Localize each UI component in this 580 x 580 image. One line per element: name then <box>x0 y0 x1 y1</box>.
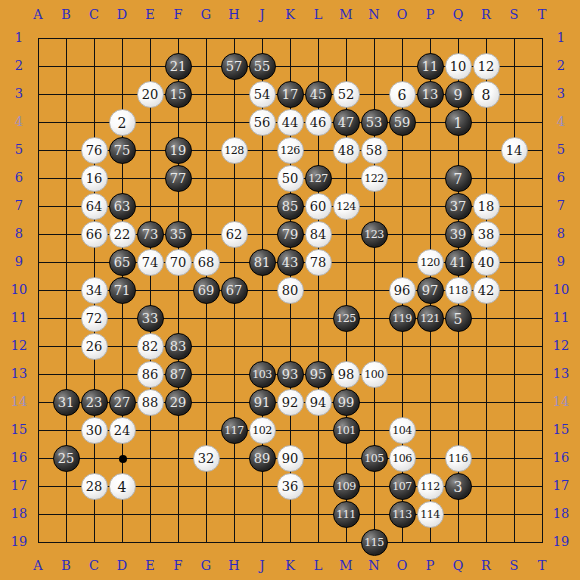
stone-black-f14[interactable]: 29 <box>165 389 192 416</box>
stone-move-number: 81 <box>250 250 275 275</box>
stone-white-s5[interactable]: 14 <box>501 137 528 164</box>
stone-move-number: 73 <box>138 222 163 247</box>
stone-black-o17[interactable]: 107 <box>389 473 416 500</box>
stone-move-number: 99 <box>334 390 359 415</box>
stone-black-p10[interactable]: 97 <box>417 277 444 304</box>
stone-move-number: 98 <box>334 362 359 387</box>
coordinate-label-right: 7 <box>548 198 574 214</box>
stone-move-number: 32 <box>194 446 219 471</box>
stone-move-number: 5 <box>446 306 471 331</box>
grid-line-horizontal <box>38 542 543 543</box>
stone-move-number: 39 <box>446 222 471 247</box>
stone-white-j3[interactable]: 54 <box>249 81 276 108</box>
coordinate-label-left: 11 <box>6 310 32 326</box>
stone-white-r7[interactable]: 18 <box>473 193 500 220</box>
stone-move-number: 46 <box>306 110 331 135</box>
stone-black-q8[interactable]: 39 <box>445 221 472 248</box>
stone-black-q7[interactable]: 37 <box>445 193 472 220</box>
coordinate-label-right: 15 <box>548 422 574 438</box>
stone-black-n19[interactable]: 115 <box>361 529 388 556</box>
stone-white-e9[interactable]: 74 <box>137 249 164 276</box>
stone-move-number: 53 <box>362 110 387 135</box>
stone-move-number: 58 <box>362 138 387 163</box>
stone-white-j15[interactable]: 102 <box>249 417 276 444</box>
stone-black-q6[interactable]: 7 <box>445 165 472 192</box>
stone-black-q4[interactable]: 1 <box>445 109 472 136</box>
stone-black-h10[interactable]: 67 <box>221 277 248 304</box>
stone-white-p9[interactable]: 120 <box>417 249 444 276</box>
stone-white-c12[interactable]: 26 <box>81 333 108 360</box>
stone-move-number: 122 <box>362 166 387 191</box>
stone-move-number: 14 <box>502 138 527 163</box>
stone-move-number: 28 <box>82 474 107 499</box>
coordinate-label-top: F <box>165 7 191 23</box>
stone-black-p2[interactable]: 11 <box>417 53 444 80</box>
stone-black-q9[interactable]: 41 <box>445 249 472 276</box>
stone-move-number: 29 <box>166 390 191 415</box>
stone-move-number: 8 <box>474 82 499 107</box>
grid-line-horizontal <box>38 514 543 515</box>
stone-white-q16[interactable]: 116 <box>445 445 472 472</box>
stone-white-d15[interactable]: 24 <box>109 417 136 444</box>
stone-move-number: 15 <box>166 82 191 107</box>
stone-move-number: 109 <box>334 474 359 499</box>
stone-move-number: 59 <box>390 110 415 135</box>
stone-white-c11[interactable]: 72 <box>81 305 108 332</box>
stone-move-number: 43 <box>278 250 303 275</box>
stone-black-m4[interactable]: 47 <box>333 109 360 136</box>
stone-white-o10[interactable]: 96 <box>389 277 416 304</box>
stone-move-number: 87 <box>166 362 191 387</box>
stone-black-k9[interactable]: 43 <box>277 249 304 276</box>
stone-move-number: 70 <box>166 250 191 275</box>
stone-move-number: 120 <box>418 250 443 275</box>
stone-move-number: 118 <box>446 278 471 303</box>
stone-white-q2[interactable]: 10 <box>445 53 472 80</box>
stone-move-number: 37 <box>446 194 471 219</box>
stone-move-number: 33 <box>138 306 163 331</box>
stone-move-number: 115 <box>362 530 387 555</box>
stone-black-h2[interactable]: 57 <box>221 53 248 80</box>
coordinate-label-left: 17 <box>6 478 32 494</box>
stone-white-h8[interactable]: 62 <box>221 221 248 248</box>
stone-white-e3[interactable]: 20 <box>137 81 164 108</box>
coordinate-label-left: 15 <box>6 422 32 438</box>
stone-white-r2[interactable]: 12 <box>473 53 500 80</box>
stone-move-number: 106 <box>390 446 415 471</box>
coordinate-label-left: 1 <box>6 30 32 46</box>
stone-white-n6[interactable]: 122 <box>361 165 388 192</box>
stone-white-l7[interactable]: 60 <box>305 193 332 220</box>
stone-white-l14[interactable]: 94 <box>305 389 332 416</box>
coordinate-label-right: 8 <box>548 226 574 242</box>
stone-white-o16[interactable]: 106 <box>389 445 416 472</box>
stone-white-g16[interactable]: 32 <box>193 445 220 472</box>
stone-black-m15[interactable]: 101 <box>333 417 360 444</box>
stone-white-d17[interactable]: 4 <box>109 473 136 500</box>
coordinate-label-left: 10 <box>6 282 32 298</box>
stone-black-f8[interactable]: 35 <box>165 221 192 248</box>
stone-move-number: 125 <box>334 306 359 331</box>
stone-move-number: 50 <box>278 166 303 191</box>
stone-move-number: 104 <box>390 418 415 443</box>
stone-black-m18[interactable]: 111 <box>333 501 360 528</box>
coordinate-label-top: P <box>417 7 443 23</box>
stone-black-j2[interactable]: 55 <box>249 53 276 80</box>
stone-black-q11[interactable]: 5 <box>445 305 472 332</box>
stone-move-number: 7 <box>446 166 471 191</box>
coordinate-label-right: 3 <box>548 86 574 102</box>
stone-black-d5[interactable]: 75 <box>109 137 136 164</box>
coordinate-label-bottom: K <box>277 558 303 574</box>
coordinate-label-right: 6 <box>548 170 574 186</box>
stone-white-m13[interactable]: 98 <box>333 361 360 388</box>
stone-move-number: 65 <box>110 250 135 275</box>
stone-move-number: 97 <box>418 278 443 303</box>
stone-black-d7[interactable]: 63 <box>109 193 136 220</box>
stone-white-k10[interactable]: 80 <box>277 277 304 304</box>
coordinate-label-bottom: L <box>305 558 331 574</box>
coordinate-label-left: 13 <box>6 366 32 382</box>
coordinate-label-left: 7 <box>6 198 32 214</box>
stone-black-f6[interactable]: 77 <box>165 165 192 192</box>
stone-black-f2[interactable]: 21 <box>165 53 192 80</box>
stone-black-l3[interactable]: 45 <box>305 81 332 108</box>
stone-white-d4[interactable]: 2 <box>109 109 136 136</box>
grid-line-horizontal <box>38 346 543 347</box>
stone-white-h5[interactable]: 128 <box>221 137 248 164</box>
stone-move-number: 10 <box>446 54 471 79</box>
stone-white-c8[interactable]: 66 <box>81 221 108 248</box>
coordinate-label-left: 14 <box>6 394 32 410</box>
stone-black-j13[interactable]: 103 <box>249 361 276 388</box>
stone-black-h15[interactable]: 117 <box>221 417 248 444</box>
stone-move-number: 113 <box>390 502 415 527</box>
stone-move-number: 85 <box>278 194 303 219</box>
stone-black-l13[interactable]: 95 <box>305 361 332 388</box>
stone-move-number: 66 <box>82 222 107 247</box>
stone-black-j14[interactable]: 91 <box>249 389 276 416</box>
stone-white-p18[interactable]: 114 <box>417 501 444 528</box>
stone-white-e14[interactable]: 88 <box>137 389 164 416</box>
stone-move-number: 25 <box>54 446 79 471</box>
coordinate-label-left: 3 <box>6 86 32 102</box>
stone-white-c7[interactable]: 64 <box>81 193 108 220</box>
stone-white-o3[interactable]: 6 <box>389 81 416 108</box>
coordinate-label-bottom: H <box>221 558 247 574</box>
stone-white-k4[interactable]: 44 <box>277 109 304 136</box>
stone-move-number: 12 <box>474 54 499 79</box>
coordinate-label-right: 5 <box>548 142 574 158</box>
stone-move-number: 124 <box>334 194 359 219</box>
stone-white-k14[interactable]: 92 <box>277 389 304 416</box>
stone-black-o18[interactable]: 113 <box>389 501 416 528</box>
stone-move-number: 64 <box>82 194 107 219</box>
stone-move-number: 60 <box>306 194 331 219</box>
stone-move-number: 107 <box>390 474 415 499</box>
stone-move-number: 17 <box>278 82 303 107</box>
coordinate-label-top: B <box>53 7 79 23</box>
stone-move-number: 1 <box>446 110 471 135</box>
stone-white-m5[interactable]: 48 <box>333 137 360 164</box>
stone-black-k3[interactable]: 17 <box>277 81 304 108</box>
coordinate-label-bottom: T <box>529 558 555 574</box>
stone-move-number: 6 <box>390 82 415 107</box>
coordinate-label-bottom: E <box>137 558 163 574</box>
coordinate-label-top: N <box>361 7 387 23</box>
stone-move-number: 123 <box>362 222 387 247</box>
stone-white-p17[interactable]: 112 <box>417 473 444 500</box>
stone-white-c6[interactable]: 16 <box>81 165 108 192</box>
stone-move-number: 75 <box>110 138 135 163</box>
stone-move-number: 42 <box>474 278 499 303</box>
stone-move-number: 95 <box>306 362 331 387</box>
stone-move-number: 105 <box>362 446 387 471</box>
coordinate-label-left: 2 <box>6 58 32 74</box>
stone-black-b16[interactable]: 25 <box>53 445 80 472</box>
stone-white-m3[interactable]: 52 <box>333 81 360 108</box>
star-point-d16 <box>119 455 127 463</box>
coordinate-label-left: 9 <box>6 254 32 270</box>
go-diagram-screen: AABBCCDDEEFFGGHHJJKKLLMMNNOOPPQQRRSSTT11… <box>0 0 580 580</box>
stone-move-number: 74 <box>138 250 163 275</box>
stone-black-k7[interactable]: 85 <box>277 193 304 220</box>
stone-black-e11[interactable]: 33 <box>137 305 164 332</box>
stone-move-number: 30 <box>82 418 107 443</box>
stone-white-n13[interactable]: 100 <box>361 361 388 388</box>
coordinate-label-right: 12 <box>548 338 574 354</box>
stone-white-c5[interactable]: 76 <box>81 137 108 164</box>
stone-white-o15[interactable]: 104 <box>389 417 416 444</box>
stone-black-d10[interactable]: 71 <box>109 277 136 304</box>
stone-black-q17[interactable]: 3 <box>445 473 472 500</box>
coordinate-label-bottom: P <box>417 558 443 574</box>
coordinate-label-right: 2 <box>548 58 574 74</box>
coordinate-label-top: H <box>221 7 247 23</box>
stone-move-number: 83 <box>166 334 191 359</box>
stone-move-number: 27 <box>110 390 135 415</box>
stone-black-k13[interactable]: 93 <box>277 361 304 388</box>
stone-black-f12[interactable]: 83 <box>165 333 192 360</box>
stone-black-g10[interactable]: 69 <box>193 277 220 304</box>
stone-white-j4[interactable]: 56 <box>249 109 276 136</box>
stone-move-number: 86 <box>138 362 163 387</box>
grid-line-vertical <box>542 38 543 543</box>
stone-move-number: 44 <box>278 110 303 135</box>
stone-black-n4[interactable]: 53 <box>361 109 388 136</box>
coordinate-label-bottom: D <box>109 558 135 574</box>
stone-white-k17[interactable]: 36 <box>277 473 304 500</box>
stone-move-number: 71 <box>110 278 135 303</box>
stone-move-number: 127 <box>306 166 331 191</box>
stone-black-m11[interactable]: 125 <box>333 305 360 332</box>
stone-move-number: 77 <box>166 166 191 191</box>
coordinate-label-bottom: C <box>81 558 107 574</box>
stone-white-q10[interactable]: 118 <box>445 277 472 304</box>
stone-black-f5[interactable]: 19 <box>165 137 192 164</box>
stone-move-number: 45 <box>306 82 331 107</box>
stone-white-e13[interactable]: 86 <box>137 361 164 388</box>
stone-move-number: 56 <box>250 110 275 135</box>
stone-move-number: 21 <box>166 54 191 79</box>
coordinate-label-right: 10 <box>548 282 574 298</box>
stone-move-number: 116 <box>446 446 471 471</box>
stone-white-c15[interactable]: 30 <box>81 417 108 444</box>
coordinate-label-left: 19 <box>6 534 32 550</box>
coordinate-label-left: 16 <box>6 450 32 466</box>
stone-move-number: 62 <box>222 222 247 247</box>
stone-move-number: 31 <box>54 390 79 415</box>
stone-move-number: 36 <box>278 474 303 499</box>
stone-move-number: 54 <box>250 82 275 107</box>
stone-white-f9[interactable]: 70 <box>165 249 192 276</box>
coordinate-label-right: 11 <box>548 310 574 326</box>
coordinate-label-bottom: G <box>193 558 219 574</box>
coordinate-label-top: C <box>81 7 107 23</box>
stone-move-number: 26 <box>82 334 107 359</box>
coordinate-label-left: 12 <box>6 338 32 354</box>
stone-white-k16[interactable]: 90 <box>277 445 304 472</box>
stone-black-l6[interactable]: 127 <box>305 165 332 192</box>
stone-white-k5[interactable]: 126 <box>277 137 304 164</box>
stone-black-m14[interactable]: 99 <box>333 389 360 416</box>
stone-white-c17[interactable]: 28 <box>81 473 108 500</box>
stone-black-k8[interactable]: 79 <box>277 221 304 248</box>
stone-move-number: 20 <box>138 82 163 107</box>
coordinate-label-left: 4 <box>6 114 32 130</box>
stone-white-l4[interactable]: 46 <box>305 109 332 136</box>
stone-move-number: 2 <box>110 110 135 135</box>
coordinate-label-bottom: O <box>389 558 415 574</box>
coordinate-label-right: 18 <box>548 506 574 522</box>
coordinate-label-left: 5 <box>6 142 32 158</box>
stone-move-number: 79 <box>278 222 303 247</box>
stone-move-number: 76 <box>82 138 107 163</box>
stone-move-number: 9 <box>446 82 471 107</box>
stone-white-k6[interactable]: 50 <box>277 165 304 192</box>
stone-move-number: 23 <box>82 390 107 415</box>
stone-white-g9[interactable]: 68 <box>193 249 220 276</box>
stone-move-number: 63 <box>110 194 135 219</box>
coordinate-label-right: 1 <box>548 30 574 46</box>
coordinate-label-bottom: N <box>361 558 387 574</box>
coordinate-label-top: A <box>25 7 51 23</box>
stone-move-number: 114 <box>418 502 443 527</box>
stone-black-d9[interactable]: 65 <box>109 249 136 276</box>
stone-move-number: 89 <box>250 446 275 471</box>
stone-move-number: 90 <box>278 446 303 471</box>
stone-move-number: 22 <box>110 222 135 247</box>
stone-black-q3[interactable]: 9 <box>445 81 472 108</box>
coordinate-label-top: O <box>389 7 415 23</box>
stone-move-number: 82 <box>138 334 163 359</box>
coordinate-label-bottom: M <box>333 558 359 574</box>
stone-black-n16[interactable]: 105 <box>361 445 388 472</box>
stone-black-j9[interactable]: 81 <box>249 249 276 276</box>
stone-white-r9[interactable]: 40 <box>473 249 500 276</box>
coordinate-label-left: 6 <box>6 170 32 186</box>
stone-move-number: 121 <box>418 306 443 331</box>
coordinate-label-top: R <box>473 7 499 23</box>
coordinate-label-right: 9 <box>548 254 574 270</box>
stone-move-number: 94 <box>306 390 331 415</box>
coordinate-label-bottom: F <box>165 558 191 574</box>
stone-move-number: 34 <box>82 278 107 303</box>
stone-move-number: 55 <box>250 54 275 79</box>
stone-white-l9[interactable]: 78 <box>305 249 332 276</box>
coordinate-label-top: K <box>277 7 303 23</box>
stone-black-o11[interactable]: 119 <box>389 305 416 332</box>
coordinate-label-bottom: B <box>53 558 79 574</box>
stone-black-d14[interactable]: 27 <box>109 389 136 416</box>
coordinate-label-left: 18 <box>6 506 32 522</box>
stone-black-p3[interactable]: 13 <box>417 81 444 108</box>
stone-move-number: 91 <box>250 390 275 415</box>
coordinate-label-right: 19 <box>548 534 574 550</box>
stone-white-e12[interactable]: 82 <box>137 333 164 360</box>
coordinate-label-top: M <box>333 7 359 23</box>
stone-move-number: 80 <box>278 278 303 303</box>
stone-black-c14[interactable]: 23 <box>81 389 108 416</box>
stone-black-o4[interactable]: 59 <box>389 109 416 136</box>
coordinate-label-right: 16 <box>548 450 574 466</box>
stone-move-number: 88 <box>138 390 163 415</box>
stone-black-f13[interactable]: 87 <box>165 361 192 388</box>
coordinate-label-top: J <box>249 7 275 23</box>
stone-white-n5[interactable]: 58 <box>361 137 388 164</box>
grid-line-vertical <box>514 38 515 543</box>
coordinate-label-bottom: Q <box>445 558 471 574</box>
coordinate-label-right: 14 <box>548 394 574 410</box>
coordinate-label-top: E <box>137 7 163 23</box>
stone-move-number: 35 <box>166 222 191 247</box>
stone-black-j16[interactable]: 89 <box>249 445 276 472</box>
coordinate-label-top: S <box>501 7 527 23</box>
stone-move-number: 13 <box>418 82 443 107</box>
stone-move-number: 128 <box>222 138 247 163</box>
stone-white-d8[interactable]: 22 <box>109 221 136 248</box>
stone-move-number: 16 <box>82 166 107 191</box>
stone-black-m17[interactable]: 109 <box>333 473 360 500</box>
stone-white-r10[interactable]: 42 <box>473 277 500 304</box>
stone-move-number: 103 <box>250 362 275 387</box>
stone-black-f3[interactable]: 15 <box>165 81 192 108</box>
stone-black-p11[interactable]: 121 <box>417 305 444 332</box>
coordinate-label-bottom: S <box>501 558 527 574</box>
stone-move-number: 41 <box>446 250 471 275</box>
stone-black-e8[interactable]: 73 <box>137 221 164 248</box>
stone-black-n8[interactable]: 123 <box>361 221 388 248</box>
stone-white-r8[interactable]: 38 <box>473 221 500 248</box>
stone-move-number: 24 <box>110 418 135 443</box>
coordinate-label-bottom: J <box>249 558 275 574</box>
stone-white-c10[interactable]: 34 <box>81 277 108 304</box>
stone-move-number: 111 <box>334 502 359 527</box>
stone-move-number: 119 <box>390 306 415 331</box>
stone-move-number: 11 <box>418 54 443 79</box>
stone-black-b14[interactable]: 31 <box>53 389 80 416</box>
stone-white-m7[interactable]: 124 <box>333 193 360 220</box>
stone-move-number: 18 <box>474 194 499 219</box>
stone-move-number: 92 <box>278 390 303 415</box>
stone-move-number: 38 <box>474 222 499 247</box>
stone-move-number: 102 <box>250 418 275 443</box>
stone-move-number: 69 <box>194 278 219 303</box>
stone-move-number: 4 <box>110 474 135 499</box>
stone-white-l8[interactable]: 84 <box>305 221 332 248</box>
stone-move-number: 72 <box>82 306 107 331</box>
stone-white-r3[interactable]: 8 <box>473 81 500 108</box>
